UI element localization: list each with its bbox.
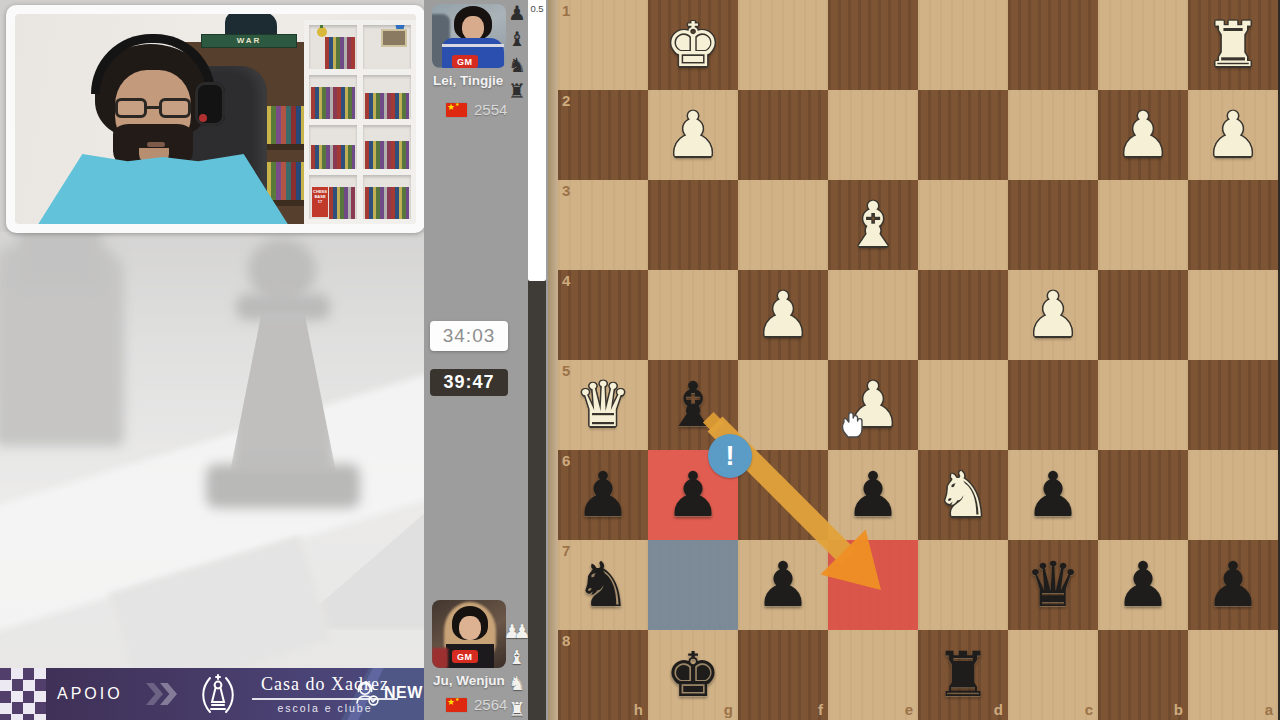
square-h7[interactable]: 7♞ <box>558 540 648 630</box>
webcam-video: WAR CHESS BASE 17 <box>15 14 416 224</box>
square-h4[interactable]: 4 <box>558 270 648 360</box>
square-e8[interactable]: e <box>828 630 918 720</box>
white-queen-h5[interactable]: ♛ <box>558 360 648 450</box>
square-f2[interactable] <box>738 90 828 180</box>
white-pawn-b2[interactable]: ♟ <box>1098 90 1188 180</box>
file-label: c <box>1085 701 1093 718</box>
file-label: b <box>1174 701 1183 718</box>
black-pawn-a7[interactable]: ♟ <box>1188 540 1278 630</box>
square-f6[interactable] <box>738 450 828 540</box>
square-h8[interactable]: 8h <box>558 630 648 720</box>
square-d3[interactable] <box>918 180 1008 270</box>
square-d5[interactable] <box>918 360 1008 450</box>
captured-pieces-top: ♟♝♞♜ <box>504 0 530 104</box>
white-bookshelf: CHESS BASE 17 <box>304 20 416 224</box>
evaluation-value: 0.5 <box>528 3 546 14</box>
black-knight-h7[interactable]: ♞ <box>558 540 648 630</box>
clock-black: 39:47 <box>430 369 508 396</box>
captured-pieces-bottom: ♟♟♝♞♜+1 <box>504 618 530 720</box>
square-d1[interactable] <box>918 0 1008 90</box>
square-g2[interactable]: ♟ <box>648 90 738 180</box>
rank-label: 8 <box>562 632 570 649</box>
square-c4[interactable]: ♟ <box>1008 270 1098 360</box>
casa-do-xadrez-logo-icon <box>196 672 240 716</box>
square-g7[interactable] <box>648 540 738 630</box>
chevron-icon <box>146 683 163 705</box>
file-label: h <box>634 701 643 718</box>
rank-label: 4 <box>562 272 570 289</box>
square-a6[interactable] <box>1188 450 1278 540</box>
captured-piece-row: ♜ <box>508 696 525 720</box>
square-c1[interactable] <box>1008 0 1098 90</box>
square-c8[interactable]: c <box>1008 630 1098 720</box>
square-e6[interactable]: ♟ <box>828 450 918 540</box>
captured-R: ♜ <box>508 696 525 720</box>
clock-white: 34:03 <box>430 321 508 351</box>
rank-label: 3 <box>562 182 570 199</box>
captured-piece-row: ♝ <box>508 26 526 52</box>
square-d6[interactable]: ♞ <box>918 450 1008 540</box>
chessbase-box: CHESS BASE 17 <box>312 187 328 217</box>
square-a7[interactable]: ♟ <box>1188 540 1278 630</box>
white-pawn-c4[interactable]: ♟ <box>1008 270 1098 360</box>
white-pawn-g2[interactable]: ♟ <box>648 90 738 180</box>
square-h1[interactable]: 1 <box>558 0 648 90</box>
captured-piece-row: ♝ <box>508 644 525 670</box>
captured-p: ♟ <box>508 0 526 26</box>
evaluation-bar: 0.5 <box>528 0 546 720</box>
square-f5[interactable] <box>738 360 828 450</box>
square-e2[interactable] <box>828 90 918 180</box>
square-b7[interactable]: ♟ <box>1098 540 1188 630</box>
square-b1[interactable] <box>1098 0 1188 90</box>
checker-pattern <box>0 668 46 720</box>
evaluation-bar-white: 0.5 <box>528 0 546 281</box>
sponsor-banner: APOIO Casa do Xadrez escola e clube <box>0 668 433 720</box>
square-b3[interactable] <box>1098 180 1188 270</box>
captured-piece-row: ♜ <box>508 78 526 104</box>
square-b4[interactable] <box>1098 270 1188 360</box>
square-g1[interactable]: ♚ <box>648 0 738 90</box>
captured-piece-row: ♟ <box>508 0 526 26</box>
black-pawn-h6[interactable]: ♟ <box>558 450 648 540</box>
square-h6[interactable]: 6♟ <box>558 450 648 540</box>
white-bishop-e3[interactable]: ♝ <box>828 180 918 270</box>
square-a3[interactable] <box>1188 180 1278 270</box>
white-rook-a1[interactable]: ♜ <box>1188 0 1278 90</box>
file-label: f <box>818 701 823 718</box>
square-f8[interactable]: f <box>738 630 828 720</box>
gm-badge-top: GM <box>452 55 478 68</box>
captured-B: ♝ <box>508 644 525 670</box>
highlight-blue <box>648 540 738 630</box>
square-g4[interactable] <box>648 270 738 360</box>
headset-person-icon <box>352 679 382 709</box>
square-a1[interactable]: ♜ <box>1188 0 1278 90</box>
black-pawn-b7[interactable]: ♟ <box>1098 540 1188 630</box>
square-a5[interactable] <box>1188 360 1278 450</box>
square-e7[interactable] <box>828 540 918 630</box>
captured-piece-row: ♞ <box>508 670 525 696</box>
square-c7[interactable]: ♛ <box>1008 540 1098 630</box>
file-label: e <box>905 701 913 718</box>
gm-badge-bottom: GM <box>452 650 478 663</box>
square-c5[interactable] <box>1008 360 1098 450</box>
alert-annotation-badge: ! <box>708 434 752 478</box>
streamer <box>43 36 273 224</box>
webcam-frame: WAR CHESS BASE 17 <box>6 5 425 233</box>
captured-N: ♞ <box>508 670 525 696</box>
board-area: 1♚♜2♟♟♟3♝4♟♟5♛♝♟6♟♟♟♞♟7♞♟♛♟♟8hg♚fed♜cba … <box>558 0 1280 720</box>
background-chess-photo <box>0 232 424 668</box>
square-g3[interactable] <box>648 180 738 270</box>
square-f1[interactable] <box>738 0 828 90</box>
medal <box>317 27 327 37</box>
player-rating-bottom: 2564 <box>474 696 507 713</box>
square-e4[interactable] <box>828 270 918 360</box>
apoio-label: APOIO <box>57 685 123 703</box>
square-c2[interactable] <box>1008 90 1098 180</box>
square-e1[interactable] <box>828 0 918 90</box>
square-d2[interactable] <box>918 90 1008 180</box>
square-d7[interactable] <box>918 540 1008 630</box>
rank-label: 1 <box>562 2 570 19</box>
square-c6[interactable]: ♟ <box>1008 450 1098 540</box>
square-f4[interactable]: ♟ <box>738 270 828 360</box>
captured-n: ♞ <box>508 52 526 78</box>
white-knight-d6[interactable]: ♞ <box>918 450 1008 540</box>
board-left-edge <box>548 0 558 720</box>
black-pawn-e6[interactable]: ♟ <box>828 450 918 540</box>
square-h5[interactable]: 5♛ <box>558 360 648 450</box>
glasses <box>115 98 193 120</box>
white-pawn-a2[interactable]: ♟ <box>1188 90 1278 180</box>
square-b2[interactable]: ♟ <box>1098 90 1188 180</box>
square-e3[interactable]: ♝ <box>828 180 918 270</box>
hand-cursor-icon <box>836 408 866 440</box>
captured-piece-row: ♞ <box>508 52 526 78</box>
black-rook-d8[interactable]: ♜ <box>918 630 1008 720</box>
chess-board: 1♚♜2♟♟♟3♝4♟♟5♛♝♟6♟♟♟♞♟7♞♟♛♟♟8hg♚fed♜cba <box>558 0 1278 720</box>
black-queen-c7[interactable]: ♛ <box>1008 540 1098 630</box>
highlight-red <box>828 540 918 630</box>
captured-piece-row: ♟♟ <box>503 618 530 644</box>
blue-shirt <box>37 154 289 224</box>
square-h2[interactable]: 2 <box>558 90 648 180</box>
china-flag-icon: ★★ <box>446 103 467 117</box>
captured-r: ♜ <box>508 78 526 104</box>
square-b8[interactable]: b <box>1098 630 1188 720</box>
square-d8[interactable]: d♜ <box>918 630 1008 720</box>
square-a4[interactable] <box>1188 270 1278 360</box>
captured-b: ♝ <box>508 26 526 52</box>
square-b5[interactable] <box>1098 360 1188 450</box>
square-f3[interactable] <box>738 180 828 270</box>
square-f7[interactable]: ♟ <box>738 540 828 630</box>
square-g8[interactable]: g♚ <box>648 630 738 720</box>
black-king-g8[interactable]: ♚ <box>648 630 738 720</box>
stream-overlay: WAR CHESS BASE 17 <box>0 0 1280 720</box>
square-h3[interactable]: 3 <box>558 180 648 270</box>
rank-label: 2 <box>562 92 570 109</box>
white-pawn-f4[interactable]: ♟ <box>738 270 828 360</box>
file-label: a <box>1265 701 1273 718</box>
square-a2[interactable]: ♟ <box>1188 90 1278 180</box>
black-pawn-f7[interactable]: ♟ <box>738 540 828 630</box>
picture-frame <box>381 29 407 47</box>
black-pawn-c6[interactable]: ♟ <box>1008 450 1098 540</box>
china-flag-icon: ★★ <box>446 698 467 712</box>
player-rating-top: 2554 <box>474 101 507 118</box>
square-c3[interactable] <box>1008 180 1098 270</box>
square-d4[interactable] <box>918 270 1008 360</box>
white-king-g1[interactable]: ♚ <box>648 0 738 90</box>
square-b6[interactable] <box>1098 450 1188 540</box>
square-a8[interactable]: a <box>1188 630 1278 720</box>
